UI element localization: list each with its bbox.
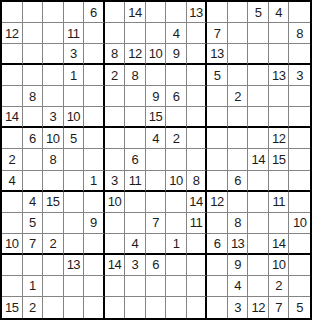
cell-r12c3-given[interactable]: 2 [43, 234, 64, 255]
cell-r7c9-given[interactable]: 2 [166, 128, 187, 149]
cell-r10c6-given[interactable]: 10 [105, 192, 126, 213]
cell-r15c1-given[interactable]: 15 [2, 297, 23, 318]
cell-r5c9-given[interactable]: 6 [166, 86, 187, 107]
cell-r1c15-empty[interactable] [289, 2, 310, 23]
cell-r14c6-empty[interactable] [105, 276, 126, 297]
cell-r6c15-empty[interactable] [289, 107, 310, 128]
cell-r5c4-empty[interactable] [64, 86, 85, 107]
cell-r3c11-given[interactable]: 13 [207, 44, 228, 65]
cell-r14c11-empty[interactable] [207, 276, 228, 297]
cell-r10c4-empty[interactable] [64, 192, 85, 213]
cell-r6c14-empty[interactable] [269, 107, 290, 128]
cell-r5c6-empty[interactable] [105, 86, 126, 107]
cell-r13c15-empty[interactable] [289, 255, 310, 276]
cell-r4c12-empty[interactable] [228, 65, 249, 86]
cell-r5c7-empty[interactable] [125, 86, 146, 107]
cell-r10c3-given[interactable]: 15 [43, 192, 64, 213]
cell-r8c15-empty[interactable] [289, 149, 310, 170]
cell-r10c15-empty[interactable] [289, 192, 310, 213]
cell-r2c13-empty[interactable] [248, 23, 269, 44]
cell-r4c11-given[interactable]: 5 [207, 65, 228, 86]
cell-r9c9-given[interactable]: 10 [166, 171, 187, 192]
cell-r8c3-given[interactable]: 8 [43, 149, 64, 170]
cell-r2c9-given[interactable]: 4 [166, 23, 187, 44]
cell-r4c4-given[interactable]: 1 [64, 65, 85, 86]
cell-r3c1-empty[interactable] [2, 44, 23, 65]
cell-r8c5-empty[interactable] [84, 149, 105, 170]
cell-r7c5-empty[interactable] [84, 128, 105, 149]
cell-r11c5-given[interactable]: 9 [84, 213, 105, 234]
cell-r9c14-empty[interactable] [269, 171, 290, 192]
cell-r12c12-given[interactable]: 13 [228, 234, 249, 255]
cell-r1c6-empty[interactable] [105, 2, 126, 23]
cell-r14c1-empty[interactable] [2, 276, 23, 297]
cell-r15c8-empty[interactable] [146, 297, 167, 318]
cell-r4c10-empty[interactable] [187, 65, 208, 86]
cell-r13c14-given[interactable]: 10 [269, 255, 290, 276]
cell-r12c5-empty[interactable] [84, 234, 105, 255]
cell-r4c13-empty[interactable] [248, 65, 269, 86]
cell-r12c14-given[interactable]: 14 [269, 234, 290, 255]
cell-r8c9-empty[interactable] [166, 149, 187, 170]
cell-r8c4-empty[interactable] [64, 149, 85, 170]
cell-r4c1-empty[interactable] [2, 65, 23, 86]
cell-r1c11-empty[interactable] [207, 2, 228, 23]
cell-r1c1-empty[interactable] [2, 2, 23, 23]
cell-r5c1-empty[interactable] [2, 86, 23, 107]
cell-r5c5-empty[interactable] [84, 86, 105, 107]
cell-r5c13-empty[interactable] [248, 86, 269, 107]
cell-r5c11-empty[interactable] [207, 86, 228, 107]
cell-r8c14-given[interactable]: 15 [269, 149, 290, 170]
cell-r6c4-given[interactable]: 10 [64, 107, 85, 128]
cell-r1c7-given[interactable]: 14 [125, 2, 146, 23]
cell-r10c11-given[interactable]: 12 [207, 192, 228, 213]
cell-r13c13-empty[interactable] [248, 255, 269, 276]
cell-r14c3-empty[interactable] [43, 276, 64, 297]
cell-r15c14-given[interactable]: 7 [269, 297, 290, 318]
cell-r1c2-empty[interactable] [23, 2, 44, 23]
cell-r13c5-empty[interactable] [84, 255, 105, 276]
cell-r1c8-empty[interactable] [146, 2, 167, 23]
cell-r1c9-empty[interactable] [166, 2, 187, 23]
cell-r5c12-given[interactable]: 2 [228, 86, 249, 107]
cell-r12c9-given[interactable]: 1 [166, 234, 187, 255]
cell-r9c6-given[interactable]: 3 [105, 171, 126, 192]
cell-r9c8-empty[interactable] [146, 171, 167, 192]
cell-r14c2-given[interactable]: 1 [23, 276, 44, 297]
cell-r13c3-empty[interactable] [43, 255, 64, 276]
cell-r7c6-empty[interactable] [105, 128, 126, 149]
cell-r9c11-empty[interactable] [207, 171, 228, 192]
cell-r7c1-empty[interactable] [2, 128, 23, 149]
cell-r11c12-given[interactable]: 8 [228, 213, 249, 234]
cell-r2c1-given[interactable]: 12 [2, 23, 23, 44]
cell-r12c15-empty[interactable] [289, 234, 310, 255]
cell-r15c12-given[interactable]: 3 [228, 297, 249, 318]
cell-r6c6-empty[interactable] [105, 107, 126, 128]
cell-r5c2-given[interactable]: 8 [23, 86, 44, 107]
cell-r13c9-empty[interactable] [166, 255, 187, 276]
cell-r14c15-empty[interactable] [289, 276, 310, 297]
cell-r12c6-empty[interactable] [105, 234, 126, 255]
cell-r4c7-given[interactable]: 8 [125, 65, 146, 86]
cell-r1c5-given[interactable]: 6 [84, 2, 105, 23]
cell-r7c10-empty[interactable] [187, 128, 208, 149]
cell-r9c4-empty[interactable] [64, 171, 85, 192]
cell-r10c8-empty[interactable] [146, 192, 167, 213]
cell-r11c4-empty[interactable] [64, 213, 85, 234]
cell-r13c12-given[interactable]: 9 [228, 255, 249, 276]
cell-r9c12-given[interactable]: 6 [228, 171, 249, 192]
cell-r6c8-given[interactable]: 15 [146, 107, 167, 128]
cell-r15c15-given[interactable]: 5 [289, 297, 310, 318]
cell-r4c6-given[interactable]: 2 [105, 65, 126, 86]
cell-r3c13-empty[interactable] [248, 44, 269, 65]
cell-r15c10-empty[interactable] [187, 297, 208, 318]
cell-r6c1-given[interactable]: 14 [2, 107, 23, 128]
cell-r11c2-given[interactable]: 5 [23, 213, 44, 234]
cell-r7c12-empty[interactable] [228, 128, 249, 149]
cell-r15c5-empty[interactable] [84, 297, 105, 318]
cell-r11c14-empty[interactable] [269, 213, 290, 234]
cell-r11c11-empty[interactable] [207, 213, 228, 234]
cell-r13c6-given[interactable]: 14 [105, 255, 126, 276]
cell-r10c5-empty[interactable] [84, 192, 105, 213]
cell-r11c15-given[interactable]: 10 [289, 213, 310, 234]
cell-r3c10-empty[interactable] [187, 44, 208, 65]
cell-r9c15-empty[interactable] [289, 171, 310, 192]
cell-r2c3-empty[interactable] [43, 23, 64, 44]
cell-r6c3-given[interactable]: 3 [43, 107, 64, 128]
cell-r13c11-empty[interactable] [207, 255, 228, 276]
cell-r2c10-empty[interactable] [187, 23, 208, 44]
cell-r14c4-empty[interactable] [64, 276, 85, 297]
cell-r2c5-empty[interactable] [84, 23, 105, 44]
sudoku-board: 6141354121147838121091312851338962143101… [0, 0, 312, 320]
cell-r6c2-empty[interactable] [23, 107, 44, 128]
cell-r8c7-given[interactable]: 6 [125, 149, 146, 170]
cell-r14c8-empty[interactable] [146, 276, 167, 297]
cell-r4c9-empty[interactable] [166, 65, 187, 86]
cell-r2c11-given[interactable]: 7 [207, 23, 228, 44]
cell-r10c13-empty[interactable] [248, 192, 269, 213]
cell-r14c5-empty[interactable] [84, 276, 105, 297]
cell-r3c6-given[interactable]: 8 [105, 44, 126, 65]
cell-r7c3-given[interactable]: 10 [43, 128, 64, 149]
cell-r8c11-empty[interactable] [207, 149, 228, 170]
cell-r3c12-empty[interactable] [228, 44, 249, 65]
cell-r4c15-given[interactable]: 3 [289, 65, 310, 86]
cell-r11c9-empty[interactable] [166, 213, 187, 234]
sudoku-puzzle: 6141354121147838121091312851338962143101… [0, 0, 312, 320]
cell-r6c10-empty[interactable] [187, 107, 208, 128]
cell-r11c8-given[interactable]: 7 [146, 213, 167, 234]
cell-r12c4-empty[interactable] [64, 234, 85, 255]
cell-r14c7-empty[interactable] [125, 276, 146, 297]
cell-r7c7-empty[interactable] [125, 128, 146, 149]
cell-r11c3-empty[interactable] [43, 213, 64, 234]
cell-r3c2-empty[interactable] [23, 44, 44, 65]
cell-r13c10-empty[interactable] [187, 255, 208, 276]
cell-r8c10-empty[interactable] [187, 149, 208, 170]
cell-r13c2-empty[interactable] [23, 255, 44, 276]
cell-r10c1-empty[interactable] [2, 192, 23, 213]
cell-r14c9-empty[interactable] [166, 276, 187, 297]
cell-r5c14-empty[interactable] [269, 86, 290, 107]
cell-r1c4-empty[interactable] [64, 2, 85, 23]
cell-r12c7-given[interactable]: 4 [125, 234, 146, 255]
cell-r8c1-given[interactable]: 2 [2, 149, 23, 170]
cell-r9c2-empty[interactable] [23, 171, 44, 192]
cell-r14c14-given[interactable]: 2 [269, 276, 290, 297]
cell-r4c5-empty[interactable] [84, 65, 105, 86]
cell-r12c1-given[interactable]: 10 [2, 234, 23, 255]
cell-r9c5-given[interactable]: 1 [84, 171, 105, 192]
cell-r7c13-empty[interactable] [248, 128, 269, 149]
cell-r9c13-empty[interactable] [248, 171, 269, 192]
cell-r4c2-empty[interactable] [23, 65, 44, 86]
cell-r8c2-empty[interactable] [23, 149, 44, 170]
cell-r3c3-empty[interactable] [43, 44, 64, 65]
cell-r10c2-given[interactable]: 4 [23, 192, 44, 213]
cell-r12c8-empty[interactable] [146, 234, 167, 255]
cell-r1c14-given[interactable]: 4 [269, 2, 290, 23]
cell-r3c14-empty[interactable] [269, 44, 290, 65]
cell-r15c7-empty[interactable] [125, 297, 146, 318]
cell-r2c14-empty[interactable] [269, 23, 290, 44]
cell-r3c15-empty[interactable] [289, 44, 310, 65]
cell-r12c10-empty[interactable] [187, 234, 208, 255]
cell-r9c3-empty[interactable] [43, 171, 64, 192]
cell-r1c10-given[interactable]: 13 [187, 2, 208, 23]
cell-r8c12-empty[interactable] [228, 149, 249, 170]
cell-r4c14-given[interactable]: 13 [269, 65, 290, 86]
cell-r3c7-given[interactable]: 12 [125, 44, 146, 65]
cell-r11c13-empty[interactable] [248, 213, 269, 234]
cell-r7c15-empty[interactable] [289, 128, 310, 149]
cell-r7c11-empty[interactable] [207, 128, 228, 149]
cell-r5c10-empty[interactable] [187, 86, 208, 107]
cell-r15c9-empty[interactable] [166, 297, 187, 318]
cell-r10c10-given[interactable]: 14 [187, 192, 208, 213]
cell-r3c4-given[interactable]: 3 [64, 44, 85, 65]
cell-r9c10-given[interactable]: 8 [187, 171, 208, 192]
cell-r12c2-given[interactable]: 7 [23, 234, 44, 255]
cell-r14c13-empty[interactable] [248, 276, 269, 297]
cell-r7c4-given[interactable]: 5 [64, 128, 85, 149]
cell-r6c5-empty[interactable] [84, 107, 105, 128]
cell-r14c10-empty[interactable] [187, 276, 208, 297]
cell-r12c13-empty[interactable] [248, 234, 269, 255]
cell-r15c11-empty[interactable] [207, 297, 228, 318]
cell-r1c13-given[interactable]: 5 [248, 2, 269, 23]
cell-r10c9-empty[interactable] [166, 192, 187, 213]
cell-r3c8-given[interactable]: 10 [146, 44, 167, 65]
cell-r13c4-given[interactable]: 13 [64, 255, 85, 276]
cell-r15c2-given[interactable]: 2 [23, 297, 44, 318]
cell-r3c5-empty[interactable] [84, 44, 105, 65]
cell-r8c8-empty[interactable] [146, 149, 167, 170]
cell-r10c7-empty[interactable] [125, 192, 146, 213]
cell-r2c7-empty[interactable] [125, 23, 146, 44]
cell-r2c8-empty[interactable] [146, 23, 167, 44]
cell-r9c1-given[interactable]: 4 [2, 171, 23, 192]
cell-r2c6-empty[interactable] [105, 23, 126, 44]
cell-r6c7-empty[interactable] [125, 107, 146, 128]
cell-r13c8-given[interactable]: 6 [146, 255, 167, 276]
cell-r11c7-empty[interactable] [125, 213, 146, 234]
cell-r7c8-given[interactable]: 4 [146, 128, 167, 149]
cell-r11c6-empty[interactable] [105, 213, 126, 234]
cell-r11c10-given[interactable]: 11 [187, 213, 208, 234]
cell-r9c7-given[interactable]: 11 [125, 171, 146, 192]
cell-r7c14-given[interactable]: 12 [269, 128, 290, 149]
cell-r15c13-given[interactable]: 12 [248, 297, 269, 318]
cell-r10c12-empty[interactable] [228, 192, 249, 213]
cell-r3c9-given[interactable]: 9 [166, 44, 187, 65]
cell-r15c6-empty[interactable] [105, 297, 126, 318]
cell-r4c3-empty[interactable] [43, 65, 64, 86]
cell-r13c1-empty[interactable] [2, 255, 23, 276]
cell-r14c12-given[interactable]: 4 [228, 276, 249, 297]
cell-r8c6-empty[interactable] [105, 149, 126, 170]
cell-r15c3-empty[interactable] [43, 297, 64, 318]
cell-r15c4-empty[interactable] [64, 297, 85, 318]
cell-r1c12-empty[interactable] [228, 2, 249, 23]
cell-r13c7-given[interactable]: 3 [125, 255, 146, 276]
cell-r5c15-empty[interactable] [289, 86, 310, 107]
cell-r2c4-given[interactable]: 11 [64, 23, 85, 44]
cell-r11c1-empty[interactable] [2, 213, 23, 234]
cell-r8c13-given[interactable]: 14 [248, 149, 269, 170]
cell-r2c12-empty[interactable] [228, 23, 249, 44]
cell-r2c2-empty[interactable] [23, 23, 44, 44]
cell-r6c13-empty[interactable] [248, 107, 269, 128]
cell-r12c11-given[interactable]: 6 [207, 234, 228, 255]
cell-r7c2-given[interactable]: 6 [23, 128, 44, 149]
cell-r5c8-given[interactable]: 9 [146, 86, 167, 107]
cell-r10c14-given[interactable]: 11 [269, 192, 290, 213]
cell-r6c11-empty[interactable] [207, 107, 228, 128]
cell-r5c3-empty[interactable] [43, 86, 64, 107]
cell-r1c3-empty[interactable] [43, 2, 64, 23]
cell-r4c8-empty[interactable] [146, 65, 167, 86]
cell-r6c12-empty[interactable] [228, 107, 249, 128]
cell-r6c9-empty[interactable] [166, 107, 187, 128]
cell-r2c15-given[interactable]: 8 [289, 23, 310, 44]
